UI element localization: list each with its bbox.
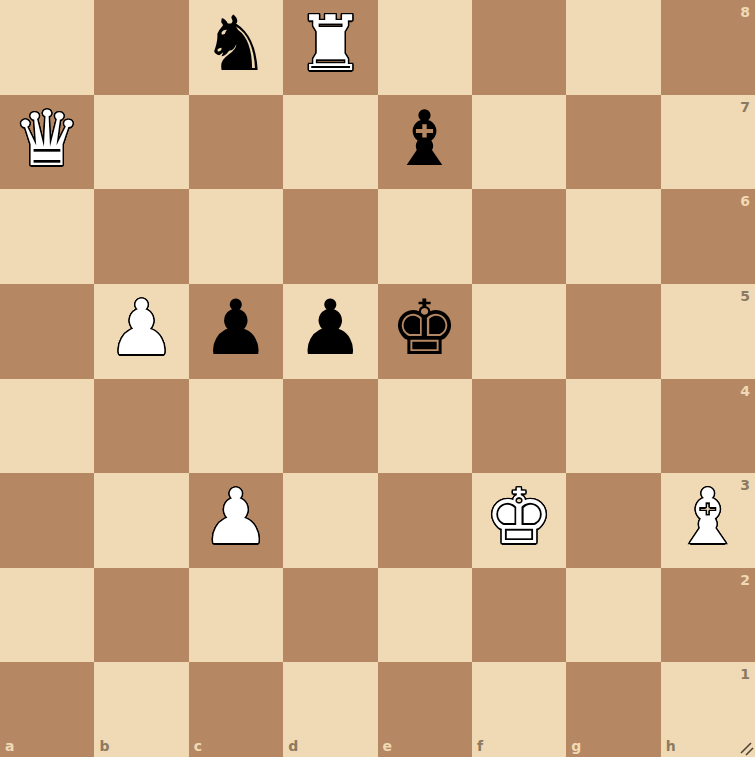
square-g1[interactable]: g (566, 662, 660, 757)
square-g3[interactable] (566, 473, 660, 568)
square-c6[interactable] (189, 189, 283, 284)
square-d4[interactable] (283, 379, 377, 474)
white-pawn-b5[interactable]: ♟ (107, 290, 175, 366)
square-a3[interactable] (0, 473, 94, 568)
square-a2[interactable] (0, 568, 94, 663)
black-king-e5[interactable]: ♚ (391, 290, 459, 366)
square-f2[interactable] (472, 568, 566, 663)
square-a6[interactable] (0, 189, 94, 284)
square-h4[interactable]: 4 (661, 379, 755, 474)
square-c5[interactable]: ♟ (189, 284, 283, 379)
square-b2[interactable] (94, 568, 188, 663)
rank-label-1: 1 (740, 667, 750, 681)
square-f5[interactable] (472, 284, 566, 379)
square-e7[interactable]: ♝ (378, 95, 472, 190)
square-d7[interactable] (283, 95, 377, 190)
square-g4[interactable] (566, 379, 660, 474)
file-label-c: c (194, 739, 202, 753)
square-b4[interactable] (94, 379, 188, 474)
rank-label-4: 4 (740, 384, 750, 398)
square-a7[interactable]: ♛ (0, 95, 94, 190)
white-king-f3[interactable]: ♚ (485, 479, 553, 555)
square-d6[interactable] (283, 189, 377, 284)
white-queen-a7[interactable]: ♛ (13, 101, 81, 177)
black-bishop-e7[interactable]: ♝ (391, 101, 459, 177)
black-knight-c8[interactable]: ♞ (202, 6, 270, 82)
square-f1[interactable]: f (472, 662, 566, 757)
square-d1[interactable]: d (283, 662, 377, 757)
black-pawn-d5[interactable]: ♟ (296, 290, 364, 366)
file-label-d: d (288, 739, 298, 753)
file-label-h: h (666, 739, 676, 753)
square-h3[interactable]: 3♝ (661, 473, 755, 568)
square-f7[interactable] (472, 95, 566, 190)
square-g5[interactable] (566, 284, 660, 379)
square-b6[interactable] (94, 189, 188, 284)
square-e1[interactable]: e (378, 662, 472, 757)
square-f6[interactable] (472, 189, 566, 284)
rank-label-7: 7 (740, 100, 750, 114)
square-h2[interactable]: 2 (661, 568, 755, 663)
square-a1[interactable]: a (0, 662, 94, 757)
square-h5[interactable]: 5 (661, 284, 755, 379)
square-b8[interactable] (94, 0, 188, 95)
square-b7[interactable] (94, 95, 188, 190)
square-d3[interactable] (283, 473, 377, 568)
square-c7[interactable] (189, 95, 283, 190)
square-h7[interactable]: 7 (661, 95, 755, 190)
white-rook-d8[interactable]: ♜ (296, 6, 364, 82)
square-d8[interactable]: ♜ (283, 0, 377, 95)
white-bishop-h3[interactable]: ♝ (674, 479, 742, 555)
square-c1[interactable]: c (189, 662, 283, 757)
square-c4[interactable] (189, 379, 283, 474)
square-c8[interactable]: ♞ (189, 0, 283, 95)
square-c2[interactable] (189, 568, 283, 663)
square-f8[interactable] (472, 0, 566, 95)
white-pawn-c3[interactable]: ♟ (202, 479, 270, 555)
file-label-e: e (383, 739, 393, 753)
square-a8[interactable] (0, 0, 94, 95)
rank-label-6: 6 (740, 194, 750, 208)
square-d2[interactable] (283, 568, 377, 663)
square-e4[interactable] (378, 379, 472, 474)
square-e5[interactable]: ♚ (378, 284, 472, 379)
square-g2[interactable] (566, 568, 660, 663)
square-g8[interactable] (566, 0, 660, 95)
rank-label-5: 5 (740, 289, 750, 303)
square-g6[interactable] (566, 189, 660, 284)
square-f3[interactable]: ♚ (472, 473, 566, 568)
square-c3[interactable]: ♟ (189, 473, 283, 568)
square-h8[interactable]: 8 (661, 0, 755, 95)
black-pawn-c5[interactable]: ♟ (202, 290, 270, 366)
square-d5[interactable]: ♟ (283, 284, 377, 379)
square-a5[interactable] (0, 284, 94, 379)
file-label-f: f (477, 739, 483, 753)
rank-label-8: 8 (740, 5, 750, 19)
square-g7[interactable] (566, 95, 660, 190)
square-e3[interactable] (378, 473, 472, 568)
square-b3[interactable] (94, 473, 188, 568)
file-label-g: g (571, 739, 581, 753)
square-h1[interactable]: 1h (661, 662, 755, 757)
square-f4[interactable] (472, 379, 566, 474)
square-b5[interactable]: ♟ (94, 284, 188, 379)
square-h6[interactable]: 6 (661, 189, 755, 284)
chess-board: ♞♜8♛♝76♟♟♟♚54♟♚3♝2abcdefg1h (0, 0, 755, 757)
rank-label-2: 2 (740, 573, 750, 587)
square-e8[interactable] (378, 0, 472, 95)
square-e2[interactable] (378, 568, 472, 663)
square-e6[interactable] (378, 189, 472, 284)
file-label-a: a (5, 739, 14, 753)
file-label-b: b (99, 739, 109, 753)
square-b1[interactable]: b (94, 662, 188, 757)
square-a4[interactable] (0, 379, 94, 474)
